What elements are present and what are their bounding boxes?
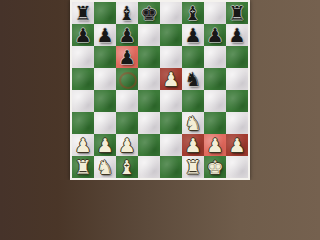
piece-black-pawn[interactable]: ♟ — [184, 24, 201, 46]
square-e6[interactable] — [160, 46, 182, 68]
square-d6[interactable] — [138, 46, 160, 68]
piece-white-pawn[interactable]: ♟ — [118, 134, 135, 156]
square-f6[interactable] — [182, 46, 204, 68]
square-d3[interactable] — [138, 112, 160, 134]
square-f7[interactable]: ♟ — [182, 24, 204, 46]
piece-black-pawn[interactable]: ♟ — [228, 24, 245, 46]
square-f3[interactable]: ♞ — [182, 112, 204, 134]
square-c8[interactable]: ♝ — [116, 2, 138, 24]
square-c4[interactable] — [116, 90, 138, 112]
page-background: { "game": "chess", "position": { "fen": … — [0, 0, 320, 180]
piece-white-knight[interactable]: ♞ — [184, 112, 201, 134]
square-a5[interactable] — [72, 68, 94, 90]
square-f4[interactable] — [182, 90, 204, 112]
square-h4[interactable] — [226, 90, 248, 112]
piece-black-pawn[interactable]: ♟ — [118, 46, 135, 68]
square-b1[interactable]: ♞ — [94, 156, 116, 178]
square-d4[interactable] — [138, 90, 160, 112]
piece-black-pawn[interactable]: ♟ — [118, 24, 135, 46]
square-d2[interactable] — [138, 134, 160, 156]
square-c1[interactable]: ♝ — [116, 156, 138, 178]
chess-board[interactable]: ♜♝♚♝♜♟♟♟♟♟♟♟♟♞♞♟♟♟♟♟♟♜♞♝♜♚ — [72, 2, 248, 178]
square-h3[interactable] — [226, 112, 248, 134]
square-b5[interactable] — [94, 68, 116, 90]
piece-black-pawn[interactable]: ♟ — [96, 24, 113, 46]
piece-white-rook[interactable]: ♜ — [74, 156, 91, 178]
square-b7[interactable]: ♟ — [94, 24, 116, 46]
square-h1[interactable] — [226, 156, 248, 178]
piece-white-bishop[interactable]: ♝ — [118, 156, 135, 178]
square-b3[interactable] — [94, 112, 116, 134]
square-a8[interactable]: ♜ — [72, 2, 94, 24]
square-g6[interactable] — [204, 46, 226, 68]
piece-white-pawn[interactable]: ♟ — [228, 134, 245, 156]
square-h7[interactable]: ♟ — [226, 24, 248, 46]
square-e1[interactable] — [160, 156, 182, 178]
square-d8[interactable]: ♚ — [138, 2, 160, 24]
piece-white-rook[interactable]: ♜ — [184, 156, 201, 178]
square-g5[interactable] — [204, 68, 226, 90]
square-b4[interactable] — [94, 90, 116, 112]
square-f1[interactable]: ♜ — [182, 156, 204, 178]
piece-white-pawn[interactable]: ♟ — [184, 134, 201, 156]
square-e8[interactable] — [160, 2, 182, 24]
square-g1[interactable]: ♚ — [204, 156, 226, 178]
chess-board-frame: ♜♝♚♝♜♟♟♟♟♟♟♟♟♞♞♟♟♟♟♟♟♜♞♝♜♚ — [70, 0, 250, 180]
square-e5[interactable]: ♟ — [160, 68, 182, 90]
square-d7[interactable] — [138, 24, 160, 46]
square-b8[interactable] — [94, 2, 116, 24]
square-d1[interactable] — [138, 156, 160, 178]
square-b2[interactable]: ♟ — [94, 134, 116, 156]
piece-black-bishop[interactable]: ♝ — [118, 2, 135, 24]
square-h5[interactable] — [226, 68, 248, 90]
square-e7[interactable] — [160, 24, 182, 46]
square-g3[interactable] — [204, 112, 226, 134]
piece-black-bishop[interactable]: ♝ — [184, 2, 201, 24]
square-c3[interactable] — [116, 112, 138, 134]
square-f5[interactable]: ♞ — [182, 68, 204, 90]
piece-black-king[interactable]: ♚ — [140, 2, 157, 24]
square-f8[interactable]: ♝ — [182, 2, 204, 24]
piece-black-pawn[interactable]: ♟ — [74, 24, 91, 46]
square-a2[interactable]: ♟ — [72, 134, 94, 156]
square-g2[interactable]: ♟ — [204, 134, 226, 156]
square-h8[interactable]: ♜ — [226, 2, 248, 24]
piece-white-pawn[interactable]: ♟ — [74, 134, 91, 156]
square-h6[interactable] — [226, 46, 248, 68]
square-d5[interactable] — [138, 68, 160, 90]
piece-white-pawn[interactable]: ♟ — [162, 68, 179, 90]
square-f2[interactable]: ♟ — [182, 134, 204, 156]
piece-black-rook[interactable]: ♜ — [74, 2, 91, 24]
piece-white-king[interactable]: ♚ — [206, 156, 223, 178]
square-c6[interactable]: ♟ — [116, 46, 138, 68]
square-c5[interactable] — [116, 68, 138, 90]
piece-black-pawn[interactable]: ♟ — [206, 24, 223, 46]
piece-white-knight[interactable]: ♞ — [96, 156, 113, 178]
piece-white-pawn[interactable]: ♟ — [206, 134, 223, 156]
piece-white-pawn[interactable]: ♟ — [96, 134, 113, 156]
square-h2[interactable]: ♟ — [226, 134, 248, 156]
square-c2[interactable]: ♟ — [116, 134, 138, 156]
square-e3[interactable] — [160, 112, 182, 134]
square-e4[interactable] — [160, 90, 182, 112]
square-g7[interactable]: ♟ — [204, 24, 226, 46]
square-a1[interactable]: ♜ — [72, 156, 94, 178]
square-g4[interactable] — [204, 90, 226, 112]
square-a4[interactable] — [72, 90, 94, 112]
square-a3[interactable] — [72, 112, 94, 134]
piece-black-rook[interactable]: ♜ — [228, 2, 245, 24]
square-a6[interactable] — [72, 46, 94, 68]
square-c7[interactable]: ♟ — [116, 24, 138, 46]
square-e2[interactable] — [160, 134, 182, 156]
annotation-circle — [119, 72, 137, 89]
square-b6[interactable] — [94, 46, 116, 68]
square-a7[interactable]: ♟ — [72, 24, 94, 46]
square-g8[interactable] — [204, 2, 226, 24]
piece-black-knight[interactable]: ♞ — [184, 68, 201, 90]
